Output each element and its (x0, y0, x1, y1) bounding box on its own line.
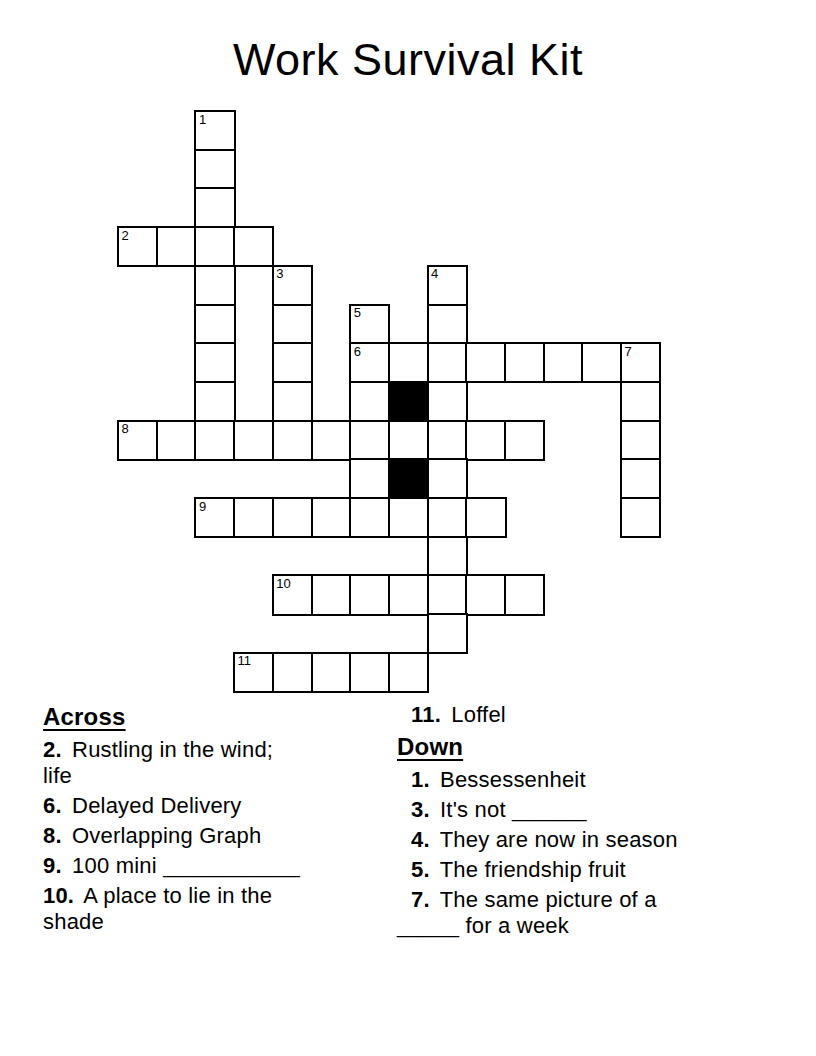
clue-item: 7. The same picture of a _____ for a wee… (397, 887, 749, 939)
cell-number: 8 (122, 422, 129, 436)
clue-item: 2. Rustling in the wind; life (43, 737, 383, 789)
grid-cell[interactable] (194, 381, 235, 422)
grid-cell[interactable]: 9 (194, 497, 235, 538)
cell-number: 4 (431, 267, 438, 281)
clue-text: It's not ______ (434, 797, 587, 822)
down-clues-column: 11. Loffel Down 1. Bessessenheit3. It's … (397, 702, 749, 943)
grid-cell[interactable] (427, 381, 468, 422)
grid-cell[interactable] (504, 574, 545, 615)
clue-number-label: 3. (411, 797, 430, 822)
clue-item: 1. Bessessenheit (397, 767, 749, 793)
clue-text: Overlapping Graph (66, 823, 262, 848)
clue-text: The same picture of a _____ for a week (397, 887, 657, 938)
grid-cell[interactable] (427, 420, 468, 461)
cell-number: 11 (238, 654, 252, 668)
grid-cell[interactable]: 10 (272, 574, 313, 615)
grid-cell[interactable] (427, 304, 468, 345)
grid-cell[interactable]: 11 (233, 652, 274, 693)
clue-item: 10. A place to lie in the shade (43, 883, 383, 935)
clue-number-label: 8. (43, 823, 62, 848)
grid-cell[interactable] (388, 497, 429, 538)
grid-cell[interactable]: 3 (272, 265, 313, 306)
grid-cell[interactable] (349, 497, 390, 538)
grid-cell[interactable]: 4 (427, 265, 468, 306)
clue-text: A place to lie in the shade (43, 883, 272, 934)
grid-cell[interactable] (349, 458, 390, 499)
grid-cell[interactable] (427, 536, 468, 577)
across-clues-list-left: 2. Rustling in the wind; life6. Delayed … (43, 737, 383, 935)
clue-text: Bessessenheit (434, 767, 586, 792)
down-heading: Down (397, 732, 749, 762)
grid-cell[interactable] (349, 652, 390, 693)
grid-cell[interactable] (272, 420, 313, 461)
grid-cell[interactable] (620, 420, 661, 461)
grid-cell[interactable] (388, 420, 429, 461)
cell-number: 6 (354, 345, 361, 359)
clue-number-label: 2. (43, 737, 62, 762)
clue-item: 8. Overlapping Graph (43, 823, 383, 849)
grid-cell[interactable] (272, 497, 313, 538)
grid-cell[interactable] (272, 342, 313, 383)
clue-number-label: 10. (43, 883, 74, 908)
grid-cell[interactable] (311, 574, 352, 615)
grid-cell[interactable] (620, 497, 661, 538)
grid-cell[interactable]: 7 (620, 342, 661, 383)
grid-cell[interactable] (194, 342, 235, 383)
grid-cell[interactable] (194, 304, 235, 345)
page-root: { "game": "crossword", "title": "Work Su… (0, 0, 816, 1056)
clue-text: They are now in season (434, 827, 678, 852)
grid-cell[interactable] (465, 574, 506, 615)
clue-text: Loffel (445, 702, 506, 727)
crossword-grid: 1234567891011 (117, 110, 661, 693)
grid-cell[interactable] (427, 458, 468, 499)
grid-cell[interactable] (272, 652, 313, 693)
grid-cell[interactable] (156, 226, 197, 267)
grid-cell[interactable] (465, 497, 506, 538)
grid-cell[interactable]: 6 (349, 342, 390, 383)
grid-cell[interactable] (620, 381, 661, 422)
grid-cell[interactable]: 5 (349, 304, 390, 345)
cell-number: 7 (625, 345, 632, 359)
cell-number: 9 (199, 500, 206, 514)
clue-number-label: 9. (43, 853, 62, 878)
clue-text: 100 mini ___________ (66, 853, 300, 878)
clue-number-label: 11. (411, 702, 441, 727)
grid-cell[interactable] (620, 458, 661, 499)
clue-item: 4. They are now in season (397, 827, 749, 853)
cell-number: 10 (276, 577, 290, 591)
grid-cell[interactable] (427, 613, 468, 654)
clue-number-label: 7. (411, 887, 430, 912)
clue-item: 6. Delayed Delivery (43, 793, 383, 819)
puzzle-title: Work Survival Kit (0, 36, 816, 84)
clue-text: Rustling in the wind; life (43, 737, 273, 788)
grid-cell[interactable] (194, 187, 235, 228)
grid-cell[interactable] (504, 420, 545, 461)
grid-cell[interactable] (543, 342, 584, 383)
grid-cell[interactable] (194, 420, 235, 461)
black-cell (388, 381, 429, 422)
clue-item: 3. It's not ______ (397, 797, 749, 823)
clue-number-label: 5. (411, 857, 430, 882)
grid-cell[interactable] (272, 304, 313, 345)
grid-cell[interactable] (233, 497, 274, 538)
grid-cell[interactable] (349, 574, 390, 615)
grid-cell[interactable] (233, 420, 274, 461)
grid-cell[interactable]: 8 (117, 420, 158, 461)
cell-number: 2 (122, 229, 129, 243)
clue-item: 11. Loffel (397, 702, 749, 728)
clue-text: The friendship fruit (434, 857, 626, 882)
grid-cell[interactable] (349, 381, 390, 422)
grid-cell[interactable]: 1 (194, 110, 235, 151)
grid-cell[interactable] (311, 652, 352, 693)
grid-cell[interactable] (427, 342, 468, 383)
grid-cell[interactable] (194, 149, 235, 190)
down-clues-list: 1. Bessessenheit3. It's not ______4. The… (397, 767, 749, 939)
black-cell (388, 458, 429, 499)
cell-number: 3 (276, 267, 283, 281)
cell-number: 1 (199, 113, 206, 127)
grid-cell[interactable] (311, 497, 352, 538)
across-clues-column: Across 2. Rustling in the wind; life6. D… (43, 702, 383, 939)
grid-cell[interactable] (272, 381, 313, 422)
grid-cell[interactable] (194, 265, 235, 306)
clue-number-label: 4. (411, 827, 430, 852)
cell-number: 5 (354, 306, 361, 320)
clue-number-label: 1. (411, 767, 430, 792)
grid-cell[interactable] (581, 342, 622, 383)
grid-cell[interactable] (194, 226, 235, 267)
grid-cell[interactable] (388, 342, 429, 383)
grid-cell[interactable]: 2 (117, 226, 158, 267)
clue-number-label: 6. (43, 793, 62, 818)
grid-cell[interactable] (388, 574, 429, 615)
grid-cell[interactable] (427, 497, 468, 538)
grid-cell[interactable] (311, 420, 352, 461)
grid-cell[interactable] (156, 420, 197, 461)
clue-item: 9. 100 mini ___________ (43, 853, 383, 879)
across-heading: Across (43, 702, 383, 732)
grid-cell[interactable] (233, 226, 274, 267)
across-clues-list-right: 11. Loffel (397, 702, 749, 728)
grid-cell[interactable] (465, 342, 506, 383)
grid-cell[interactable] (427, 574, 468, 615)
grid-cell[interactable] (349, 420, 390, 461)
grid-cell[interactable] (504, 342, 545, 383)
grid-cell[interactable] (465, 420, 506, 461)
clue-item: 5. The friendship fruit (397, 857, 749, 883)
grid-cell[interactable] (388, 652, 429, 693)
clue-text: Delayed Delivery (66, 793, 242, 818)
